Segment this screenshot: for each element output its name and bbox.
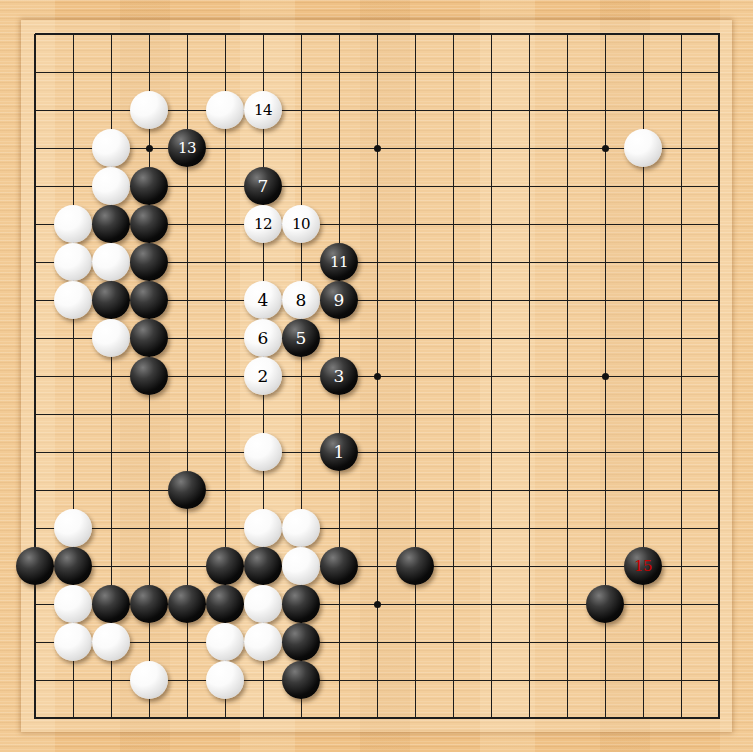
- white-stone: [206, 661, 244, 699]
- white-stone: [54, 509, 92, 547]
- black-stone: [130, 357, 168, 395]
- grid-line-horizontal: [35, 642, 720, 643]
- white-stone: [54, 281, 92, 319]
- star-point: [602, 373, 609, 380]
- move-number-label: 7: [258, 178, 269, 195]
- white-stone: [92, 243, 130, 281]
- black-stone: [92, 281, 130, 319]
- move-number-label: 5: [296, 330, 307, 347]
- black-stone-move-15: 15: [624, 547, 662, 585]
- star-point: [374, 373, 381, 380]
- black-stone: [130, 319, 168, 357]
- white-stone: [92, 623, 130, 661]
- move-number-label: 15: [634, 559, 652, 574]
- black-stone: [130, 205, 168, 243]
- white-stone-move-6: 6: [244, 319, 282, 357]
- grid-line-horizontal: [35, 452, 720, 453]
- go-board[interactable]: 141371210114896523115: [0, 0, 753, 752]
- grid-line-vertical: [718, 34, 720, 719]
- white-stone: [244, 433, 282, 471]
- black-stone-move-7: 7: [244, 167, 282, 205]
- black-stone: [130, 167, 168, 205]
- black-stone: [130, 281, 168, 319]
- move-number-label: 11: [330, 255, 348, 270]
- black-stone: [206, 585, 244, 623]
- black-stone: [282, 623, 320, 661]
- black-stone: [320, 547, 358, 585]
- move-number-label: 2: [258, 368, 269, 385]
- go-board-app: 141371210114896523115: [0, 0, 753, 752]
- move-number-label: 13: [178, 141, 196, 156]
- black-stone: [586, 585, 624, 623]
- black-stone-move-3: 3: [320, 357, 358, 395]
- move-number-label: 6: [258, 330, 269, 347]
- move-number-label: 3: [334, 368, 345, 385]
- star-point: [374, 601, 381, 608]
- move-number-label: 10: [292, 217, 310, 232]
- black-stone: [130, 243, 168, 281]
- white-stone: [282, 509, 320, 547]
- grid-line-vertical: [529, 34, 530, 719]
- white-stone: [282, 547, 320, 585]
- grid-line-vertical: [415, 34, 416, 719]
- white-stone: [244, 509, 282, 547]
- black-stone: [130, 585, 168, 623]
- black-stone: [54, 547, 92, 585]
- grid-line-horizontal: [35, 566, 720, 567]
- black-stone: [282, 661, 320, 699]
- white-stone: [92, 129, 130, 167]
- move-number-label: 1: [334, 444, 345, 461]
- black-stone: [16, 547, 54, 585]
- black-stone: [396, 547, 434, 585]
- star-point: [374, 145, 381, 152]
- black-stone: [92, 585, 130, 623]
- black-stone: [244, 547, 282, 585]
- grid-line-horizontal: [35, 528, 720, 529]
- grid-line-horizontal: [35, 414, 720, 415]
- white-stone-move-4: 4: [244, 281, 282, 319]
- black-stone-move-13: 13: [168, 129, 206, 167]
- white-stone: [624, 129, 662, 167]
- white-stone: [92, 167, 130, 205]
- black-stone: [206, 547, 244, 585]
- grid-line-vertical: [567, 34, 568, 719]
- white-stone: [206, 623, 244, 661]
- white-stone: [54, 205, 92, 243]
- black-stone-move-9: 9: [320, 281, 358, 319]
- star-point: [146, 145, 153, 152]
- star-point: [602, 145, 609, 152]
- white-stone-move-10: 10: [282, 205, 320, 243]
- white-stone-move-12: 12: [244, 205, 282, 243]
- white-stone-move-2: 2: [244, 357, 282, 395]
- white-stone: [244, 585, 282, 623]
- white-stone-move-8: 8: [282, 281, 320, 319]
- grid-line-horizontal: [35, 717, 720, 719]
- move-number-label: 8: [296, 292, 307, 309]
- grid-line-horizontal: [35, 490, 720, 491]
- black-stone-move-11: 11: [320, 243, 358, 281]
- move-number-label: 12: [254, 217, 272, 232]
- white-stone: [54, 243, 92, 281]
- move-number-label: 9: [334, 292, 345, 309]
- white-stone: [206, 91, 244, 129]
- white-stone: [92, 319, 130, 357]
- grid-line-vertical: [491, 34, 492, 719]
- white-stone: [54, 623, 92, 661]
- black-stone: [168, 585, 206, 623]
- black-stone: [92, 205, 130, 243]
- move-number-label: 14: [254, 103, 272, 118]
- black-stone-move-1: 1: [320, 433, 358, 471]
- white-stone: [130, 661, 168, 699]
- grid-line-vertical: [681, 34, 682, 719]
- white-stone: [244, 623, 282, 661]
- black-stone-move-5: 5: [282, 319, 320, 357]
- grid-line-vertical: [453, 34, 454, 719]
- move-number-label: 4: [258, 292, 269, 309]
- white-stone-move-14: 14: [244, 91, 282, 129]
- black-stone: [168, 471, 206, 509]
- white-stone: [54, 585, 92, 623]
- black-stone: [282, 585, 320, 623]
- white-stone: [130, 91, 168, 129]
